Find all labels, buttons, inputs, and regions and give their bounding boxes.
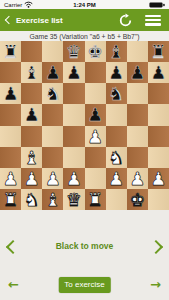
square-f4[interactable]	[106, 126, 127, 147]
square-f3[interactable]: ♞	[106, 147, 127, 168]
black-pawn: ♟	[87, 104, 103, 125]
square-b5[interactable]: ♟	[21, 104, 42, 125]
square-h2[interactable]: ♟	[148, 168, 169, 189]
square-e4[interactable]: ♟	[85, 126, 106, 147]
square-f7[interactable]: ♟	[106, 62, 127, 83]
square-f2[interactable]: ♟	[106, 168, 127, 189]
square-g1[interactable]: ♚	[127, 189, 148, 210]
square-e6[interactable]	[85, 83, 106, 104]
square-d7[interactable]: ♟	[63, 62, 84, 83]
action-row: ← To exercise →	[0, 276, 169, 294]
white-pawn: ♟	[45, 168, 61, 189]
black-queen: ♛	[66, 41, 82, 62]
black-king: ♚	[87, 41, 103, 62]
refresh-icon[interactable]	[118, 13, 133, 28]
square-h4[interactable]	[148, 126, 169, 147]
white-queen: ♛	[66, 189, 82, 210]
square-c3[interactable]	[42, 147, 63, 168]
arrow-left-icon previous-exercise-button[interactable]: ←	[8, 277, 19, 293]
white-rook: ♜	[2, 189, 18, 210]
black-knight: ♞	[108, 83, 124, 104]
square-e7[interactable]	[85, 62, 106, 83]
black-pawn: ♟	[150, 62, 166, 83]
square-h5[interactable]	[148, 104, 169, 125]
square-b6[interactable]	[21, 83, 42, 104]
arrow-right-icon next-exercise-button[interactable]: →	[150, 277, 161, 293]
white-pawn: ♟	[108, 168, 124, 189]
black-rook: ♜	[150, 41, 166, 62]
square-g2[interactable]: ♟	[127, 168, 148, 189]
square-a1[interactable]: ♜	[0, 189, 21, 210]
black-pawn: ♟	[45, 62, 61, 83]
white-rook: ♜	[87, 189, 103, 210]
white-king: ♚	[129, 189, 145, 210]
square-c7[interactable]: ♟	[42, 62, 63, 83]
black-pawn: ♟	[66, 62, 82, 83]
clock: 1:24 PM	[0, 2, 169, 8]
square-g4[interactable]	[127, 126, 148, 147]
black-bishop: ♝	[24, 62, 40, 83]
square-b7[interactable]: ♝	[21, 62, 42, 83]
white-pawn: ♟	[24, 168, 40, 189]
square-h3[interactable]	[148, 147, 169, 168]
square-d6[interactable]	[63, 83, 84, 104]
app-window: Carrier 1:24 PM Exercise list Game	[0, 0, 169, 300]
chevron-left-icon	[5, 16, 13, 24]
white-pawn: ♟	[87, 126, 103, 147]
square-a7[interactable]	[0, 62, 21, 83]
game-title: Game 35 (Variation "a6 + b5 + Bb7")	[0, 31, 169, 41]
square-d2[interactable]: ♟	[63, 168, 84, 189]
square-e3[interactable]	[85, 147, 106, 168]
white-pawn: ♟	[2, 168, 18, 189]
black-pawn: ♟	[129, 62, 145, 83]
square-c4[interactable]	[42, 126, 63, 147]
square-h1[interactable]	[148, 189, 169, 210]
square-c8[interactable]	[42, 41, 63, 62]
square-e5[interactable]: ♟	[85, 104, 106, 125]
square-a5[interactable]	[0, 104, 21, 125]
square-g3[interactable]	[127, 147, 148, 168]
nav-bar: Exercise list	[0, 9, 169, 31]
back-button-label: Exercise list	[16, 16, 63, 25]
square-b2[interactable]: ♟	[21, 168, 42, 189]
status-bar: Carrier 1:24 PM	[0, 0, 169, 9]
square-h6[interactable]	[148, 83, 169, 104]
square-a8[interactable]: ♜	[0, 41, 21, 62]
white-pawn: ♟	[150, 168, 166, 189]
square-b8[interactable]	[21, 41, 42, 62]
square-d8[interactable]: ♛	[63, 41, 84, 62]
square-c2[interactable]: ♟	[42, 168, 63, 189]
white-knight: ♞	[108, 147, 124, 168]
square-b4[interactable]	[21, 126, 42, 147]
square-c1[interactable]: ♝	[42, 189, 63, 210]
square-f8[interactable]: ♝	[106, 41, 127, 62]
square-a2[interactable]: ♟	[0, 168, 21, 189]
white-knight: ♞	[24, 189, 40, 210]
black-pawn: ♟	[24, 104, 40, 125]
square-b3[interactable]: ♝	[21, 147, 42, 168]
back-button[interactable]: Exercise list	[6, 16, 63, 25]
chess-board[interactable]: ♜♛♚♝♜♝♟♟♟♟♟♟♞♞♟♟♟♝♞♟♟♟♟♟♟♟♜♞♝♛♜♚	[0, 41, 169, 210]
square-d5[interactable]	[63, 104, 84, 125]
black-pawn: ♟	[108, 62, 124, 83]
square-g5[interactable]	[127, 104, 148, 125]
black-rook: ♜	[2, 41, 18, 62]
square-h7[interactable]: ♟	[148, 62, 169, 83]
square-d3[interactable]	[63, 147, 84, 168]
white-pawn: ♟	[66, 168, 82, 189]
to-exercise-button[interactable]: To exercise	[58, 277, 110, 293]
move-indicator-row: Black to move	[0, 238, 169, 254]
square-d4[interactable]	[63, 126, 84, 147]
square-b1[interactable]: ♞	[21, 189, 42, 210]
square-f1[interactable]	[106, 189, 127, 210]
square-e1[interactable]: ♜	[85, 189, 106, 210]
square-h8[interactable]: ♜	[148, 41, 169, 62]
square-f6[interactable]: ♞	[106, 83, 127, 104]
square-f5[interactable]	[106, 104, 127, 125]
square-g8[interactable]	[127, 41, 148, 62]
white-bishop: ♝	[24, 147, 40, 168]
black-pawn: ♟	[2, 83, 18, 104]
white-pawn: ♟	[129, 168, 145, 189]
square-d1[interactable]: ♛	[63, 189, 84, 210]
square-a4[interactable]	[0, 126, 21, 147]
square-e8[interactable]: ♚	[85, 41, 106, 62]
side-to-move-label: Black to move	[0, 241, 169, 251]
black-bishop: ♝	[108, 41, 124, 62]
square-c5[interactable]	[42, 104, 63, 125]
square-e2[interactable]	[85, 168, 106, 189]
square-a3[interactable]	[0, 147, 21, 168]
hamburger-menu-icon[interactable]	[145, 15, 161, 26]
square-g6[interactable]	[127, 83, 148, 104]
square-c6[interactable]: ♞	[42, 83, 63, 104]
white-bishop: ♝	[45, 189, 61, 210]
square-a6[interactable]: ♟	[0, 83, 21, 104]
square-g7[interactable]: ♟	[127, 62, 148, 83]
battery-icon	[149, 2, 165, 8]
black-knight: ♞	[45, 83, 61, 104]
